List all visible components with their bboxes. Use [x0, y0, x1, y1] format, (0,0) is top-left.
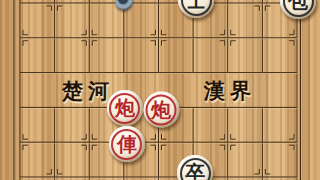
board-intersection-grid[interactable]: 士包炮炮俥卒: [3, 0, 315, 180]
piece-character: 卒: [177, 155, 213, 180]
black-advisor-piece[interactable]: 士: [178, 0, 214, 18]
piece-character: 炮: [107, 90, 143, 126]
piece-character: 包: [280, 0, 316, 19]
black-cannon-piece[interactable]: 包: [280, 0, 316, 19]
red-cannon-2-piece[interactable]: 炮: [143, 92, 179, 128]
last-move-marker-icon: [115, 0, 133, 10]
piece-character: 士: [178, 0, 214, 18]
black-soldier-piece[interactable]: 卒: [177, 155, 213, 180]
xiangqi-board[interactable]: 楚河 漢界 士包炮炮俥卒: [0, 0, 320, 180]
piece-character: 炮: [143, 92, 179, 128]
piece-character: 俥: [109, 126, 145, 162]
red-chariot-piece[interactable]: 俥: [109, 126, 145, 162]
red-cannon-1-piece[interactable]: 炮: [107, 90, 143, 126]
